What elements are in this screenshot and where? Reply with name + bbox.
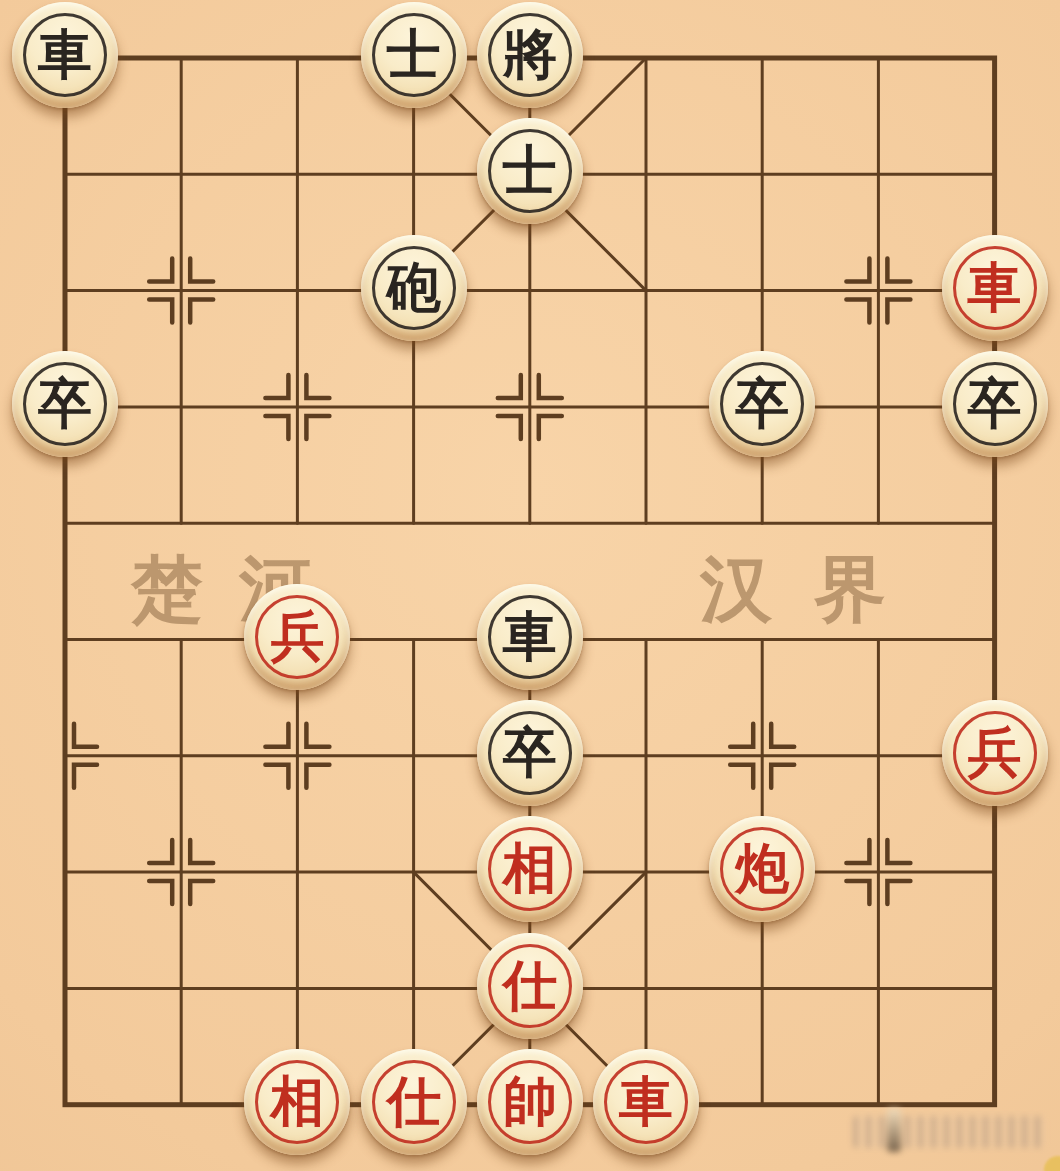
piece-character: 車: [619, 1074, 673, 1130]
piece-red-chariot[interactable]: 車: [942, 235, 1048, 341]
xiangqi-board: 楚河 汉界 車士將士砲車卒卒卒兵車卒兵相炮仕相仕帥車: [0, 0, 1060, 1171]
piece-black-soldier[interactable]: 卒: [709, 351, 815, 457]
piece-red-chariot[interactable]: 車: [593, 1049, 699, 1155]
piece-red-elephant[interactable]: 相: [477, 816, 583, 922]
piece-character: 相: [270, 1074, 324, 1130]
piece-character: 相: [503, 841, 557, 897]
piece-red-cannon[interactable]: 炮: [709, 816, 815, 922]
piece-character: 士: [387, 27, 441, 83]
piece-character: 卒: [735, 376, 789, 432]
piece-red-advisor[interactable]: 仕: [361, 1049, 467, 1155]
piece-character: 兵: [968, 725, 1022, 781]
piece-black-chariot[interactable]: 車: [12, 2, 118, 108]
piece-character: 卒: [38, 376, 92, 432]
piece-character: 仕: [387, 1074, 441, 1130]
piece-character: 卒: [503, 725, 557, 781]
piece-black-cannon[interactable]: 砲: [361, 235, 467, 341]
piece-red-advisor[interactable]: 仕: [477, 933, 583, 1039]
piece-red-soldier[interactable]: 兵: [244, 584, 350, 690]
piece-black-soldier[interactable]: 卒: [942, 351, 1048, 457]
piece-black-soldier[interactable]: 卒: [12, 351, 118, 457]
piece-character: 砲: [387, 260, 441, 316]
piece-black-advisor[interactable]: 士: [361, 2, 467, 108]
piece-black-soldier[interactable]: 卒: [477, 700, 583, 806]
piece-character: 卒: [968, 376, 1022, 432]
piece-red-soldier[interactable]: 兵: [942, 700, 1048, 806]
piece-character: 車: [503, 609, 557, 665]
piece-character: 將: [503, 27, 557, 83]
piece-character: 士: [503, 143, 557, 199]
piece-red-general[interactable]: 帥: [477, 1049, 583, 1155]
piece-red-elephant[interactable]: 相: [244, 1049, 350, 1155]
piece-character: 仕: [503, 958, 557, 1014]
piece-black-chariot[interactable]: 車: [477, 584, 583, 690]
piece-character: 車: [968, 260, 1022, 316]
piece-character: 炮: [735, 841, 789, 897]
piece-character: 帥: [503, 1074, 557, 1130]
piece-character: 車: [38, 27, 92, 83]
piece-black-general[interactable]: 將: [477, 2, 583, 108]
watermark-smudge: [853, 1116, 1045, 1148]
piece-grid: 車士將士砲車卒卒卒兵車卒兵相炮仕相仕帥車: [7, 0, 1053, 1163]
piece-black-advisor[interactable]: 士: [477, 118, 583, 224]
piece-character: 兵: [270, 609, 324, 665]
watermark-bar: [887, 1108, 901, 1152]
